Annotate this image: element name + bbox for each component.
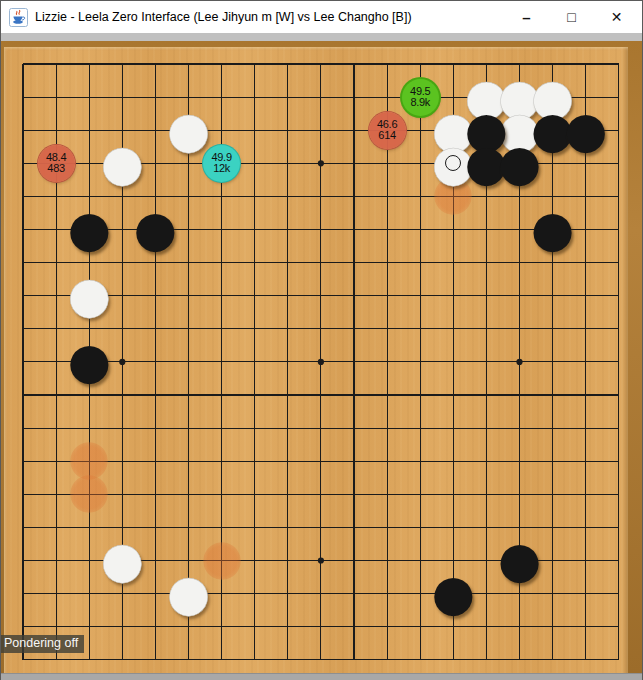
analysis-candidate[interactable]: 48.4483	[38, 145, 75, 182]
java-icon[interactable]	[9, 8, 28, 27]
title-bar: Lizzie - Leela Zero Interface (Lee Jihyu…	[1, 1, 642, 33]
window-chrome-band	[1, 33, 642, 41]
lizzie-window: Lizzie - Leela Zero Interface (Lee Jihyu…	[0, 0, 643, 680]
window-bottom-edge	[1, 673, 642, 680]
analysis-candidate[interactable]: 49.912k	[203, 145, 240, 182]
board-field[interactable]	[4, 47, 628, 680]
analysis-candidate[interactable]: 46.6614	[369, 112, 406, 149]
go-board[interactable]: ●●●●●●●●●●●●●●●●●●●●●●48.448349.912k49.5…	[1, 41, 642, 673]
maximize-button[interactable]: □	[556, 4, 587, 30]
minimize-button[interactable]: –	[511, 4, 542, 30]
candidate-visits: 8.9k	[410, 97, 430, 109]
candidate-visits: 483	[47, 163, 64, 175]
pondering-status: Pondering off	[1, 635, 84, 653]
analysis-candidate[interactable]: 49.58.9k	[402, 79, 439, 116]
candidate-visits: 12k	[213, 163, 230, 175]
close-button[interactable]: ✕	[601, 4, 632, 30]
candidate-visits: 614	[378, 130, 395, 142]
window-controls: – □ ✕	[497, 4, 642, 30]
last-move-marker	[445, 155, 461, 171]
window-title: Lizzie - Leela Zero Interface (Lee Jihyu…	[35, 10, 412, 24]
